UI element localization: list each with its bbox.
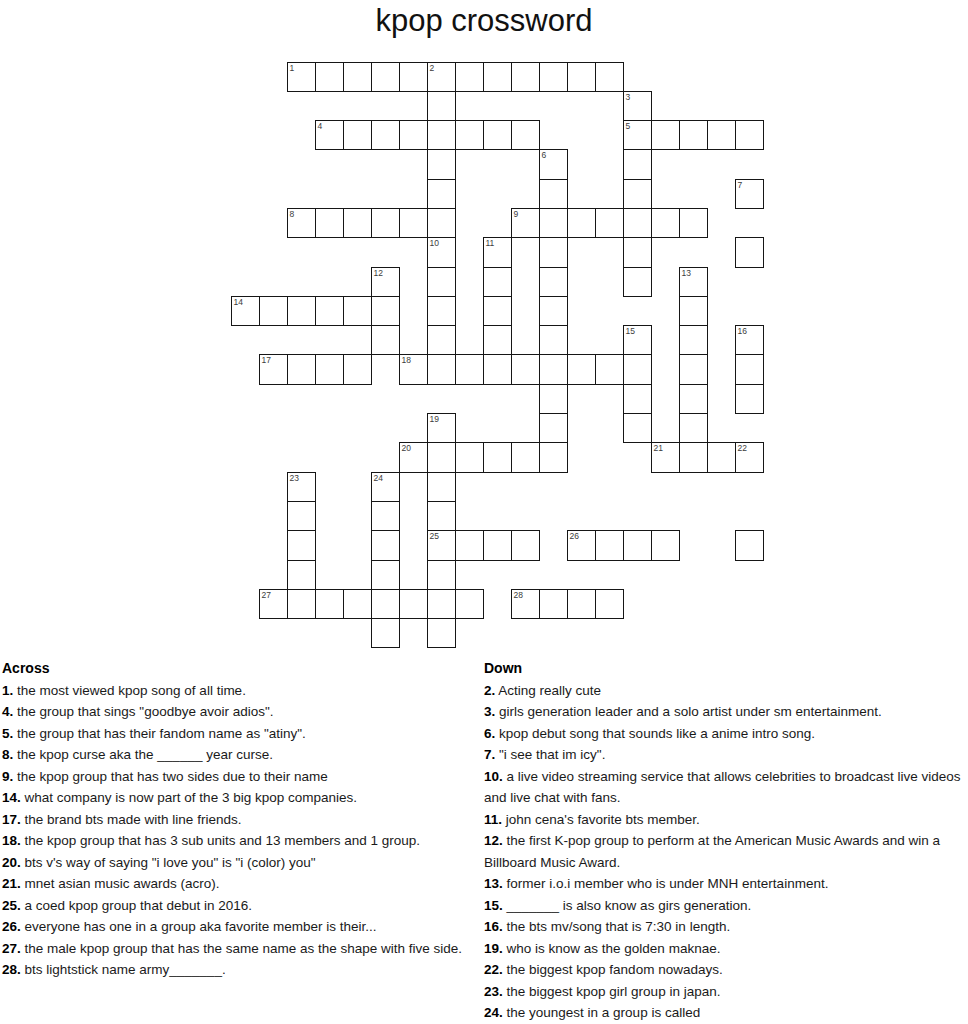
clue-item: 23. the biggest kpop girl group in japan…: [484, 981, 966, 1003]
grid-cell[interactable]: [567, 354, 596, 384]
grid-cell[interactable]: [707, 442, 736, 472]
grid-cell[interactable]: [707, 120, 736, 150]
grid-cell[interactable]: [511, 62, 540, 92]
grid-cell[interactable]: [539, 208, 568, 238]
grid-cell[interactable]: [427, 560, 456, 590]
clue-item: 9. the kpop group that has two sides due…: [2, 766, 478, 788]
clue-item-number: 21.: [2, 876, 21, 891]
clue-number-label: 5: [626, 122, 631, 131]
grid-cell[interactable]: [735, 384, 764, 414]
grid-cell[interactable]: [511, 442, 540, 472]
grid-cell[interactable]: 27: [259, 589, 288, 619]
grid-cell[interactable]: [539, 296, 568, 326]
grid-cell[interactable]: [343, 589, 372, 619]
clue-number-label: 13: [682, 269, 691, 278]
clue-item: 18. the kpop group that has 3 sub units …: [2, 830, 478, 852]
grid-cell[interactable]: [623, 149, 652, 179]
clue-item-number: 5.: [2, 726, 13, 741]
grid-cell[interactable]: [343, 296, 372, 326]
clue-item: 5. the group that has their fandom name …: [2, 723, 478, 745]
grid-cell[interactable]: [651, 208, 680, 238]
grid-cell[interactable]: [455, 530, 484, 560]
grid-cell[interactable]: [427, 120, 456, 150]
grid-cell[interactable]: [623, 208, 652, 238]
grid-cell[interactable]: [315, 589, 344, 619]
clue-item-number: 28.: [2, 962, 21, 977]
grid-cell[interactable]: 20: [399, 442, 428, 472]
grid-cell[interactable]: [623, 530, 652, 560]
grid-cell[interactable]: 18: [399, 354, 428, 384]
grid-cell[interactable]: [679, 296, 708, 326]
grid-cell[interactable]: [539, 325, 568, 355]
grid-cell[interactable]: [371, 62, 400, 92]
crossword-page: kpop crossword 1234567891011121314151617…: [0, 0, 968, 1024]
clue-item-number: 19.: [484, 941, 503, 956]
clue-number-label: 3: [626, 93, 631, 102]
grid-cell[interactable]: 15: [623, 325, 652, 355]
clue-item: 3. girls generation leader and a solo ar…: [484, 701, 966, 723]
clue-item: 20. bts v's way of saying "i love you" i…: [2, 852, 478, 874]
grid-cell[interactable]: [371, 208, 400, 238]
clue-number-label: 6: [542, 151, 547, 160]
grid-cell[interactable]: [679, 442, 708, 472]
clue-number-label: 14: [234, 298, 243, 307]
clue-number-label: 4: [318, 122, 323, 131]
grid-cell[interactable]: [371, 618, 400, 648]
page-title: kpop crossword: [0, 3, 968, 39]
grid-cell[interactable]: [595, 62, 624, 92]
grid-cell[interactable]: [287, 589, 316, 619]
grid-cell[interactable]: [371, 589, 400, 619]
clue-number-label: 7: [738, 181, 743, 190]
down-clue-list: Down 2. Acting really cute3. girls gener…: [484, 658, 966, 1024]
grid-cell[interactable]: [651, 120, 680, 150]
clue-item-number: 4.: [2, 704, 13, 719]
grid-cell[interactable]: [343, 208, 372, 238]
clue-item: 19. who is know as the golden maknae.: [484, 938, 966, 960]
grid-cell[interactable]: 6: [539, 149, 568, 179]
grid-cell[interactable]: [539, 442, 568, 472]
grid-cell[interactable]: [539, 179, 568, 209]
grid-cell[interactable]: 10: [427, 237, 456, 267]
grid-cell[interactable]: 19: [427, 413, 456, 443]
clue-item-number: 8.: [2, 747, 13, 762]
grid-cell[interactable]: [315, 208, 344, 238]
clue-item-number: 20.: [2, 855, 21, 870]
grid-cell[interactable]: [679, 354, 708, 384]
clue-item: 1. the most viewed kpop song of all time…: [2, 680, 478, 702]
grid-cell[interactable]: 1: [287, 62, 316, 92]
grid-cell[interactable]: [343, 62, 372, 92]
grid-cell[interactable]: [539, 62, 568, 92]
grid-cell[interactable]: [287, 560, 316, 590]
clue-item: 24. the youngest in a group is called: [484, 1002, 966, 1024]
grid-cell[interactable]: 7: [735, 179, 764, 209]
grid-cell[interactable]: [287, 354, 316, 384]
grid-cell[interactable]: [679, 208, 708, 238]
grid-cell[interactable]: [623, 267, 652, 297]
clue-item-number: 9.: [2, 769, 13, 784]
grid-cell[interactable]: 13: [679, 267, 708, 297]
clue-item-number: 14.: [2, 790, 21, 805]
grid-cell[interactable]: 25: [427, 530, 456, 560]
grid-cell[interactable]: [371, 120, 400, 150]
clue-item-number: 27.: [2, 941, 21, 956]
clue-item: 17. the brand bts made with line friends…: [2, 809, 478, 831]
grid-cell[interactable]: [287, 296, 316, 326]
grid-cell[interactable]: [427, 354, 456, 384]
grid-cell[interactable]: 22: [735, 442, 764, 472]
clue-number-label: 11: [486, 239, 495, 248]
grid-cell[interactable]: [259, 296, 288, 326]
clue-item-number: 25.: [2, 898, 21, 913]
clue-item-number: 17.: [2, 812, 21, 827]
clue-item-number: 6.: [484, 726, 495, 741]
grid-cell[interactable]: [427, 589, 456, 619]
grid-cell[interactable]: 12: [371, 267, 400, 297]
down-header: Down: [484, 658, 966, 680]
grid-cell[interactable]: [427, 472, 456, 502]
clue-number-label: 8: [290, 210, 295, 219]
grid-cell[interactable]: 9: [511, 208, 540, 238]
grid-cell[interactable]: [483, 120, 512, 150]
grid-cell[interactable]: [595, 354, 624, 384]
grid-cell[interactable]: [539, 413, 568, 443]
clue-item: 8. the kpop curse aka the ______ year cu…: [2, 744, 478, 766]
grid-cell[interactable]: [427, 296, 456, 326]
grid-cell[interactable]: [455, 354, 484, 384]
grid-cell[interactable]: [427, 149, 456, 179]
grid-cell[interactable]: [623, 413, 652, 443]
clue-item-number: 2.: [484, 683, 495, 698]
clue-item-number: 24.: [484, 1005, 503, 1020]
grid-cell[interactable]: [287, 501, 316, 531]
grid-cell[interactable]: [455, 589, 484, 619]
grid-cell[interactable]: [399, 208, 428, 238]
grid-cell[interactable]: [735, 237, 764, 267]
clue-item-number: 13.: [484, 876, 503, 891]
clue-item: 12. the first K-pop group to perform at …: [484, 830, 966, 873]
grid-cell[interactable]: [427, 618, 456, 648]
clue-item-number: 15.: [484, 898, 503, 913]
grid-cell[interactable]: [315, 62, 344, 92]
grid-cell[interactable]: [735, 530, 764, 560]
grid-cell[interactable]: [595, 530, 624, 560]
clue-number-label: 1: [290, 64, 295, 73]
grid-cell[interactable]: [399, 120, 428, 150]
grid-cell[interactable]: [483, 62, 512, 92]
clue-number-label: 26: [570, 532, 579, 541]
grid-cell[interactable]: [623, 179, 652, 209]
grid-cell[interactable]: [371, 296, 400, 326]
clue-item-number: 22.: [484, 962, 503, 977]
clue-number-label: 12: [374, 269, 383, 278]
grid-cell[interactable]: [511, 530, 540, 560]
grid-cell[interactable]: [539, 354, 568, 384]
grid-cell[interactable]: 5: [623, 120, 652, 150]
clue-item-number: 12.: [484, 833, 503, 848]
grid-cell[interactable]: [539, 589, 568, 619]
grid-cell[interactable]: [595, 208, 624, 238]
grid-cell[interactable]: [315, 296, 344, 326]
grid-cell[interactable]: [371, 325, 400, 355]
grid-cell[interactable]: [371, 530, 400, 560]
clue-item: 6. kpop debut song that sounds like a an…: [484, 723, 966, 745]
grid-cell[interactable]: 2: [427, 62, 456, 92]
grid-cell[interactable]: [427, 208, 456, 238]
grid-cell[interactable]: 28: [511, 589, 540, 619]
grid-cell[interactable]: [315, 354, 344, 384]
grid-cell[interactable]: [343, 354, 372, 384]
clue-number-label: 22: [738, 444, 747, 453]
clue-item: 27. the male kpop group that has the sam…: [2, 938, 478, 960]
clue-item: 11. john cena's favorite bts member.: [484, 809, 966, 831]
grid-cell[interactable]: [511, 120, 540, 150]
across-header: Across: [2, 658, 478, 680]
grid-cell[interactable]: 11: [483, 237, 512, 267]
grid-cell[interactable]: [623, 384, 652, 414]
clue-number-label: 23: [290, 474, 299, 483]
grid-cell[interactable]: [679, 384, 708, 414]
clue-item-number: 11.: [484, 812, 502, 827]
clue-item: 4. the group that sings "goodbye avoir a…: [2, 701, 478, 723]
grid-cell[interactable]: [427, 179, 456, 209]
clue-number-label: 20: [402, 444, 411, 453]
clue-number-label: 9: [514, 210, 519, 219]
grid-cell[interactable]: [623, 237, 652, 267]
grid-cell[interactable]: [455, 62, 484, 92]
clue-number-label: 16: [738, 327, 747, 336]
clue-number-label: 25: [430, 532, 439, 541]
grid-cell[interactable]: 3: [623, 91, 652, 121]
clue-item: 15. _______ is also know as girs generat…: [484, 895, 966, 917]
clue-item: 7. "i see that im icy".: [484, 744, 966, 766]
grid-cell[interactable]: [427, 91, 456, 121]
grid-cell[interactable]: [483, 354, 512, 384]
grid-cell[interactable]: 21: [651, 442, 680, 472]
clue-item-number: 1.: [2, 683, 13, 698]
clue-item-number: 23.: [484, 984, 503, 999]
clue-number-label: 10: [430, 239, 439, 248]
clue-number-label: 27: [262, 591, 271, 600]
grid-cell[interactable]: [623, 354, 652, 384]
grid-cell[interactable]: [679, 413, 708, 443]
clue-item: 14. what company is now part of the 3 bi…: [2, 787, 478, 809]
clue-item-number: 26.: [2, 919, 21, 934]
grid-cell[interactable]: [567, 208, 596, 238]
grid-cell[interactable]: [679, 325, 708, 355]
grid-cell[interactable]: [371, 501, 400, 531]
grid-cell[interactable]: [483, 530, 512, 560]
grid-cell[interactable]: [427, 267, 456, 297]
grid-cell[interactable]: [483, 296, 512, 326]
clue-item: 13. former i.o.i member who is under MNH…: [484, 873, 966, 895]
clue-number-label: 28: [514, 591, 523, 600]
grid-cell[interactable]: 26: [567, 530, 596, 560]
clue-item: 21. mnet asian music awards (acro).: [2, 873, 478, 895]
grid-cell[interactable]: [511, 354, 540, 384]
grid-cell[interactable]: [483, 442, 512, 472]
clue-item-number: 18.: [2, 833, 21, 848]
clue-item: 16. the bts mv/song that is 7:30 in leng…: [484, 916, 966, 938]
clue-item-number: 3.: [484, 704, 495, 719]
grid-cell[interactable]: [679, 120, 708, 150]
grid-cell[interactable]: [427, 325, 456, 355]
grid-cell[interactable]: [427, 501, 456, 531]
across-clue-list: Across 1. the most viewed kpop song of a…: [2, 658, 478, 981]
grid-cell[interactable]: [539, 384, 568, 414]
grid-cell[interactable]: 23: [287, 472, 316, 502]
clue-item: 26. everyone has one in a group aka favo…: [2, 916, 478, 938]
grid-cell[interactable]: [399, 62, 428, 92]
grid-cell[interactable]: [427, 442, 456, 472]
clue-item-number: 16.: [484, 919, 503, 934]
clue-item-number: 7.: [484, 747, 495, 762]
clue-number-label: 18: [402, 356, 411, 365]
clue-item: 10. a live video streaming service that …: [484, 766, 966, 809]
clue-number-label: 17: [262, 356, 271, 365]
grid-cell[interactable]: 8: [287, 208, 316, 238]
grid-cell[interactable]: [343, 120, 372, 150]
grid-cell[interactable]: [735, 354, 764, 384]
grid-cell[interactable]: [651, 530, 680, 560]
clue-item: 28. bts lightstick name army_______.: [2, 959, 478, 981]
clue-item: 2. Acting really cute: [484, 680, 966, 702]
crossword-grid: 1234567891011121314151617181920212223242…: [231, 62, 763, 648]
clue-item: 25. a coed kpop group that debut in 2016…: [2, 895, 478, 917]
grid-cell[interactable]: [483, 325, 512, 355]
grid-cell[interactable]: [399, 589, 428, 619]
grid-cell[interactable]: [371, 560, 400, 590]
clue-number-label: 15: [626, 327, 635, 336]
grid-cell[interactable]: [287, 530, 316, 560]
grid-cell[interactable]: [567, 62, 596, 92]
clue-item-number: 10.: [484, 769, 503, 784]
grid-cell[interactable]: 14: [231, 296, 260, 326]
grid-cell[interactable]: [567, 589, 596, 619]
clue-number-label: 24: [374, 474, 383, 483]
clue-number-label: 2: [430, 64, 435, 73]
grid-cell[interactable]: [595, 589, 624, 619]
grid-cell[interactable]: [483, 267, 512, 297]
clue-item: 22. the biggest kpop fandom nowadays.: [484, 959, 966, 981]
clue-number-label: 19: [430, 415, 439, 424]
clue-number-label: 21: [654, 444, 663, 453]
grid-cell[interactable]: 4: [315, 120, 344, 150]
grid-cell[interactable]: [455, 120, 484, 150]
grid-cell[interactable]: [539, 237, 568, 267]
grid-cell[interactable]: 16: [735, 325, 764, 355]
grid-cell[interactable]: 24: [371, 472, 400, 502]
grid-cell[interactable]: [539, 267, 568, 297]
grid-cell[interactable]: [455, 442, 484, 472]
grid-cell[interactable]: [735, 120, 764, 150]
grid-cell[interactable]: 17: [259, 354, 288, 384]
